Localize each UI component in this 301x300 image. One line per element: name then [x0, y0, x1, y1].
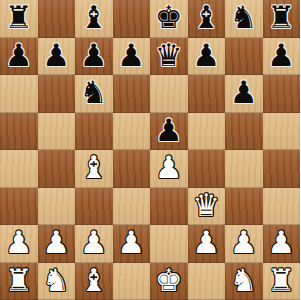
square-e5[interactable]: ♟: [150, 113, 188, 151]
square-g4[interactable]: [225, 150, 263, 188]
square-f8[interactable]: ♝: [188, 0, 226, 38]
square-a1[interactable]: ♜: [0, 263, 38, 300]
white-pawn-piece[interactable]: ♟: [42, 227, 70, 258]
square-e8[interactable]: ♚: [150, 0, 188, 38]
white-bishop-piece[interactable]: ♝: [80, 265, 108, 296]
square-d5[interactable]: [113, 113, 151, 151]
square-c4[interactable]: ♝: [75, 150, 113, 188]
black-knight-piece[interactable]: ♞: [80, 77, 108, 108]
square-b8[interactable]: [38, 0, 76, 38]
square-h1[interactable]: ♜: [263, 263, 301, 300]
square-g6[interactable]: ♟: [225, 75, 263, 113]
square-g2[interactable]: ♟: [225, 225, 263, 263]
square-g7[interactable]: [225, 38, 263, 76]
black-pawn-piece[interactable]: ♟: [117, 40, 145, 71]
square-b4[interactable]: [38, 150, 76, 188]
white-pawn-piece[interactable]: ♟: [155, 152, 183, 183]
white-queen-piece[interactable]: ♛: [192, 190, 220, 221]
square-b1[interactable]: ♞: [38, 263, 76, 300]
square-d7[interactable]: ♟: [113, 38, 151, 76]
square-b2[interactable]: ♟: [38, 225, 76, 263]
white-pawn-piece[interactable]: ♟: [267, 227, 295, 258]
square-c6[interactable]: ♞: [75, 75, 113, 113]
white-pawn-piece[interactable]: ♟: [117, 227, 145, 258]
square-a2[interactable]: ♟: [0, 225, 38, 263]
black-pawn-piece[interactable]: ♟: [80, 40, 108, 71]
square-a3[interactable]: [0, 188, 38, 226]
square-a4[interactable]: [0, 150, 38, 188]
black-pawn-piece[interactable]: ♟: [267, 40, 295, 71]
white-bishop-piece[interactable]: ♝: [80, 152, 108, 183]
square-f7[interactable]: ♟: [188, 38, 226, 76]
square-d8[interactable]: [113, 0, 151, 38]
square-e2[interactable]: [150, 225, 188, 263]
square-h5[interactable]: [263, 113, 301, 151]
square-d3[interactable]: [113, 188, 151, 226]
square-c1[interactable]: ♝: [75, 263, 113, 300]
square-e7[interactable]: ♛: [150, 38, 188, 76]
white-knight-piece[interactable]: ♞: [230, 265, 258, 296]
chess-board: ♜♝♚♝♞♜♟♟♟♟♛♟♟♞♟♟♝♟♛♟♟♟♟♟♟♟♜♞♝♚♞♜: [0, 0, 300, 300]
black-bishop-piece[interactable]: ♝: [80, 2, 108, 33]
square-c5[interactable]: [75, 113, 113, 151]
square-f2[interactable]: ♟: [188, 225, 226, 263]
square-c2[interactable]: ♟: [75, 225, 113, 263]
square-a7[interactable]: ♟: [0, 38, 38, 76]
black-knight-piece[interactable]: ♞: [230, 2, 258, 33]
white-king-piece[interactable]: ♚: [155, 265, 183, 296]
square-g5[interactable]: [225, 113, 263, 151]
square-a6[interactable]: [0, 75, 38, 113]
black-pawn-piece[interactable]: ♟: [5, 40, 33, 71]
black-pawn-piece[interactable]: ♟: [42, 40, 70, 71]
square-d4[interactable]: [113, 150, 151, 188]
square-e4[interactable]: ♟: [150, 150, 188, 188]
square-b5[interactable]: [38, 113, 76, 151]
white-pawn-piece[interactable]: ♟: [230, 227, 258, 258]
square-b3[interactable]: [38, 188, 76, 226]
square-d2[interactable]: ♟: [113, 225, 151, 263]
square-c3[interactable]: [75, 188, 113, 226]
black-pawn-piece[interactable]: ♟: [155, 115, 183, 146]
square-f6[interactable]: [188, 75, 226, 113]
square-e6[interactable]: [150, 75, 188, 113]
square-g3[interactable]: [225, 188, 263, 226]
white-pawn-piece[interactable]: ♟: [80, 227, 108, 258]
square-f1[interactable]: [188, 263, 226, 300]
square-f3[interactable]: ♛: [188, 188, 226, 226]
square-e3[interactable]: [150, 188, 188, 226]
black-rook-piece[interactable]: ♜: [267, 2, 295, 33]
square-a8[interactable]: ♜: [0, 0, 38, 38]
black-pawn-piece[interactable]: ♟: [230, 77, 258, 108]
square-d6[interactable]: [113, 75, 151, 113]
white-pawn-piece[interactable]: ♟: [192, 227, 220, 258]
black-king-piece[interactable]: ♚: [155, 2, 183, 33]
square-h3[interactable]: [263, 188, 301, 226]
square-h6[interactable]: [263, 75, 301, 113]
square-h7[interactable]: ♟: [263, 38, 301, 76]
black-bishop-piece[interactable]: ♝: [192, 2, 220, 33]
square-h2[interactable]: ♟: [263, 225, 301, 263]
square-b6[interactable]: [38, 75, 76, 113]
square-c7[interactable]: ♟: [75, 38, 113, 76]
square-h4[interactable]: [263, 150, 301, 188]
square-c8[interactable]: ♝: [75, 0, 113, 38]
black-pawn-piece[interactable]: ♟: [192, 40, 220, 71]
black-rook-piece[interactable]: ♜: [5, 2, 33, 33]
square-b7[interactable]: ♟: [38, 38, 76, 76]
square-g1[interactable]: ♞: [225, 263, 263, 300]
square-f5[interactable]: [188, 113, 226, 151]
black-queen-piece[interactable]: ♛: [155, 40, 183, 71]
square-h8[interactable]: ♜: [263, 0, 301, 38]
square-a5[interactable]: [0, 113, 38, 151]
white-rook-piece[interactable]: ♜: [5, 265, 33, 296]
square-e1[interactable]: ♚: [150, 263, 188, 300]
square-d1[interactable]: [113, 263, 151, 300]
square-f4[interactable]: [188, 150, 226, 188]
white-rook-piece[interactable]: ♜: [267, 265, 295, 296]
white-pawn-piece[interactable]: ♟: [5, 227, 33, 258]
square-g8[interactable]: ♞: [225, 0, 263, 38]
white-knight-piece[interactable]: ♞: [42, 265, 70, 296]
